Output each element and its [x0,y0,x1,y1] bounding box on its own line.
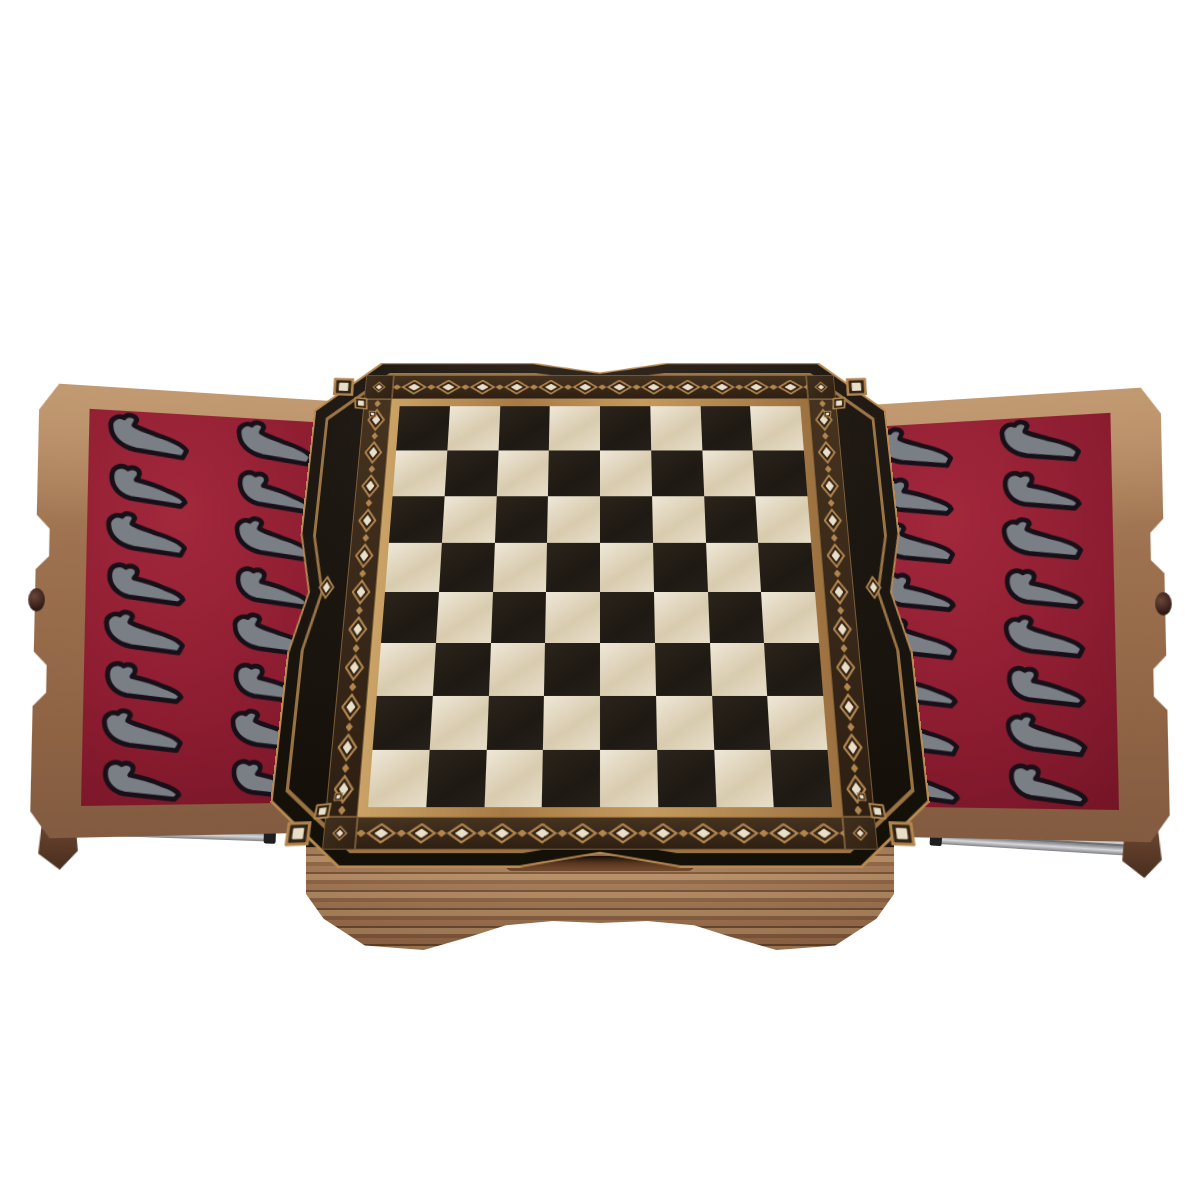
piece-slot-left-r8c1 [103,761,183,800]
square-r8c3[interactable] [484,750,543,807]
drawer-knob-right[interactable] [1155,591,1172,615]
piece-slot-right-r8c2 [1009,765,1088,805]
square-r5c7[interactable] [708,592,765,643]
square-r7c8[interactable] [767,695,827,750]
inlay-diamond [799,829,809,837]
square-r6c7[interactable] [710,643,768,696]
inlay-diamond [504,380,530,395]
inlay-diamond [427,384,436,390]
square-r1c4[interactable] [549,406,600,450]
inlay-diamond [345,722,353,731]
square-r6c5[interactable] [600,643,656,696]
square-r7c1[interactable] [373,695,433,750]
square-r2c6[interactable] [651,450,704,496]
inlay-diamond [688,823,719,844]
inlay-diamond [648,823,679,844]
inlay-diamond [355,606,363,614]
inlay-diamond [735,384,744,390]
inlay-diamond [354,543,375,568]
square-r7c5[interactable] [600,695,657,750]
inlay-diamond [336,733,359,762]
inlay-diamond [827,499,834,507]
square-r2c4[interactable] [548,450,600,496]
inlay-diamond [350,579,371,605]
inlay-diamond [728,823,759,844]
square-r5c8[interactable] [761,592,819,643]
inlay-diamond [538,380,564,395]
inlay-diamond [606,380,632,395]
square-r1c5[interactable] [600,406,651,450]
inlay-diamond [841,733,864,762]
inlay-diamond [843,683,851,692]
square-r1c3[interactable] [498,406,550,450]
inlay-diamond [701,384,710,390]
square-r4c3[interactable] [493,543,548,592]
inlay-diamond [743,380,770,395]
square-r7c7[interactable] [712,695,771,750]
square-r1c8[interactable] [750,406,804,450]
edge-inlay-diamond [864,575,882,599]
inlay-diamond [769,384,778,390]
inlay-diamond [359,570,367,578]
inlay-diamond [365,823,397,844]
square-r8c5[interactable] [600,750,658,807]
square-r3c2[interactable] [442,496,497,543]
inlay-diamond [527,823,558,844]
inlay-diamond [317,575,335,599]
inlay-diamond [598,829,608,837]
inlay-diamond [469,380,496,395]
inlay-diamond [830,534,838,542]
inlay-diamond [340,693,362,721]
square-r1c6[interactable] [650,406,702,450]
inlay-diamond [406,823,438,844]
square-r8c7[interactable] [714,750,774,807]
piece-slot-right-r7c2 [1006,713,1087,755]
inlay-diamond [641,380,667,395]
chessboard [368,406,832,807]
inlay-diamond [368,465,375,473]
inlay-diamond [530,384,538,390]
square-r3c5[interactable] [600,496,653,543]
inlay-diamond [347,616,369,643]
square-r1c1[interactable] [396,406,450,450]
piece-slot-left-r2c2 [237,471,313,512]
inlay-diamond [678,829,688,837]
inlay-diamond [557,829,567,837]
square-r5c5[interactable] [600,592,655,643]
piece-slot-right-r5c2 [1004,615,1085,656]
inlay-diamond [632,384,640,390]
inlay-diamond [822,508,843,533]
square-r6c6[interactable] [655,643,712,696]
inlay-diamond [808,823,840,844]
inlay-diamond [852,826,869,841]
inlay-diamond [517,829,527,837]
square-r3c7[interactable] [704,496,759,543]
square-r2c2[interactable] [444,450,498,496]
inlay-diamond [360,474,380,498]
inlay-diamond [341,763,349,772]
inlay-diamond [401,380,428,395]
inlay-diamond [461,384,470,390]
inlay-diamond [435,380,462,395]
inlay-diamond [436,829,446,837]
piece-slot-right-r2c2 [1003,473,1082,509]
inlay-diamond [759,829,769,837]
piece-slot-left-r3c1 [106,511,189,556]
inlay-diamond [820,474,840,498]
inlay-diamond [356,829,366,837]
square-r4c1[interactable] [385,543,442,592]
inlay-diamond [477,829,487,837]
square-r2c8[interactable] [753,450,808,496]
inlay-diamond [371,432,378,439]
inlay-diamond [396,829,406,837]
inlay-diamond [446,823,477,844]
square-r1c7[interactable] [700,406,753,450]
piece-slot-right-r6c2 [1007,667,1086,706]
square-r8c8[interactable] [771,750,832,807]
inlay-diamond [864,575,882,599]
square-r5c4[interactable] [545,592,600,643]
square-r7c6[interactable] [656,695,714,750]
inlay-diamond [835,654,857,681]
inlay-diamond [834,570,842,578]
inlay-diamond [667,384,675,390]
board-top [263,363,937,868]
inlay-diamond [850,763,858,772]
inlay-diamond [564,384,572,390]
inlay-diamond [332,826,349,841]
square-r4c8[interactable] [758,543,815,592]
inlay-diamond [349,683,357,692]
square-r8c6[interactable] [657,750,716,807]
inlay-diamond [825,543,846,568]
square-r4c2[interactable] [439,543,495,592]
inlay-diamond [598,384,606,390]
square-r4c5[interactable] [600,543,654,592]
inlay-diamond [608,823,639,844]
square-r5c1[interactable] [381,592,439,643]
square-r5c2[interactable] [436,592,493,643]
piece-slot-right-r3c2 [1002,518,1083,558]
square-r3c1[interactable] [389,496,445,543]
square-r7c3[interactable] [486,695,544,750]
square-r4c6[interactable] [653,543,708,592]
square-r2c7[interactable] [702,450,756,496]
edge-inlay-diamond [317,575,335,599]
square-r1c2[interactable] [447,406,500,450]
square-r3c8[interactable] [756,496,812,543]
square-r8c4[interactable] [542,750,600,807]
inlay-diamond [832,616,854,643]
border-band-top [392,375,808,399]
square-r7c4[interactable] [543,695,600,750]
square-r2c1[interactable] [393,450,448,496]
inlay-diamond [365,499,372,507]
inlay-diamond [572,380,598,395]
square-r8c1[interactable] [368,750,429,807]
piece-slot-right-r1c2 [1000,421,1081,459]
inlay-diamond [814,382,828,393]
square-r6c2[interactable] [433,643,491,696]
inlay-diamond [675,380,701,395]
inlay-diamond [828,579,849,605]
inlay-diamond [822,432,829,439]
inlay-diamond [362,534,370,542]
inlay-diamond [307,796,338,827]
border-band-bottom [355,817,845,850]
inlay-diamond [862,796,893,827]
square-r6c4[interactable] [544,643,600,696]
inlay-diamond [847,722,855,731]
inlay-diamond [838,693,860,721]
square-r5c3[interactable] [490,592,546,643]
inlay-diamond [719,829,729,837]
inlay-diamond [709,380,736,395]
inlay-diamond [372,382,386,393]
inlay-diamond [567,823,598,844]
chess-set-product-photo [0,0,1200,1200]
square-r3c4[interactable] [547,496,600,543]
square-r7c2[interactable] [429,695,488,750]
piece-slot-left-r5c1 [103,610,186,654]
square-r2c5[interactable] [600,450,652,496]
square-r4c7[interactable] [706,543,762,592]
square-r4c4[interactable] [546,543,600,592]
inlay-diamond [768,823,800,844]
inlay-diamond [777,380,804,395]
piece-slot-left-r2c1 [109,465,189,507]
square-r3c6[interactable] [652,496,706,543]
inlay-diamond [840,644,848,653]
piece-slot-left-r1c1 [108,412,191,458]
square-r6c1[interactable] [377,643,436,696]
square-r6c8[interactable] [764,643,823,696]
square-r2c3[interactable] [496,450,549,496]
inlay-diamond [495,384,504,390]
piece-slot-right-r4c2 [1005,570,1084,607]
inlay-diamond [393,384,402,390]
drawer-knob-left[interactable] [28,587,45,611]
piece-slot-left-r7c1 [101,709,184,751]
inlay-diamond [817,441,837,464]
piece-slot-left-r1c2 [236,420,315,465]
inlay-diamond [363,441,383,464]
square-r3c3[interactable] [494,496,548,543]
square-r8c2[interactable] [426,750,486,807]
piece-slot-left-r4c1 [107,563,187,604]
inlay-diamond [486,823,517,844]
square-r6c3[interactable] [488,643,545,696]
inlay-diamond [837,606,845,614]
inlay-diamond [343,654,365,681]
inlay-diamond [352,644,360,653]
square-r5c6[interactable] [654,592,710,643]
inlay-diamond [825,465,832,473]
piece-slot-left-r6c1 [105,662,185,702]
inlay-diamond [638,829,648,837]
inlay-diamond [357,508,378,533]
